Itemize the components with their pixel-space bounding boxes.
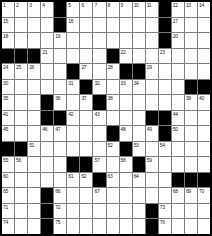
crossword-cell[interactable]: 8 [107, 2, 119, 17]
crossword-cell[interactable]: 58 [120, 157, 132, 172]
crossword-cell[interactable]: 47 [54, 126, 66, 141]
crossword-cell[interactable] [80, 204, 92, 219]
crossword-cell[interactable] [15, 204, 27, 219]
black-cell [133, 157, 145, 172]
black-cell [54, 111, 66, 126]
crossword-cell[interactable] [133, 111, 145, 126]
clue-number: 48 [121, 126, 126, 132]
crossword-cell[interactable]: 30 [2, 80, 14, 95]
crossword-cell[interactable] [41, 173, 53, 188]
crossword-cell[interactable]: 11 [146, 2, 158, 17]
crossword-cell[interactable] [185, 64, 197, 79]
crossword-cell[interactable]: 63 [107, 173, 119, 188]
crossword-cell[interactable] [133, 18, 145, 33]
crossword-cell[interactable]: 49 [146, 126, 158, 141]
clue-number: 38 [108, 95, 113, 101]
clue-number: 70 [199, 188, 204, 194]
crossword-cell[interactable] [120, 18, 132, 33]
crossword-cell[interactable] [67, 188, 79, 203]
crossword-cell[interactable]: 59 [146, 157, 158, 172]
crossword-cell[interactable] [107, 111, 119, 126]
crossword-cell[interactable] [120, 219, 132, 234]
clue-number: 73 [160, 204, 165, 210]
crossword-cell[interactable] [28, 33, 40, 48]
crossword-cell[interactable]: 57 [93, 157, 105, 172]
clue-number: 45 [3, 126, 8, 132]
crossword-cell[interactable]: 75 [54, 219, 66, 234]
crossword-cell[interactable] [185, 111, 197, 126]
crossword-cell[interactable] [172, 49, 184, 64]
crossword-cell[interactable] [198, 204, 210, 219]
crossword-cell[interactable] [67, 33, 79, 48]
crossword-cell[interactable]: 14 [198, 2, 210, 17]
crossword-cell[interactable] [28, 95, 40, 110]
black-cell [54, 18, 66, 33]
clue-number: 55 [3, 157, 8, 163]
clue-number: 62 [81, 173, 86, 179]
crossword-cell[interactable] [93, 219, 105, 234]
crossword-cell[interactable]: 51 [28, 142, 40, 157]
crossword-cell[interactable]: 12 [172, 2, 184, 17]
crossword-cell[interactable] [107, 188, 119, 203]
crossword-cell[interactable]: 56 [15, 157, 27, 172]
crossword-cell[interactable]: 68 [172, 188, 184, 203]
crossword-cell[interactable] [107, 219, 119, 234]
crossword-cell[interactable] [41, 64, 53, 79]
clue-number: 40 [199, 95, 204, 101]
crossword-cell[interactable]: 6 [80, 2, 92, 17]
crossword-cell[interactable]: 67 [93, 188, 105, 203]
crossword-cell[interactable]: 21 [41, 49, 53, 64]
clue-number: 47 [55, 126, 60, 132]
crossword-cell[interactable] [54, 173, 66, 188]
crossword-cell[interactable] [198, 18, 210, 33]
crossword-cell[interactable]: 32 [93, 80, 105, 95]
crossword-cell[interactable]: 18 [2, 33, 14, 48]
black-cell [54, 2, 66, 17]
clue-number: 18 [3, 33, 8, 39]
crossword-cell[interactable] [198, 33, 210, 48]
black-cell [159, 2, 171, 17]
clue-number: 43 [94, 111, 99, 117]
crossword-cell[interactable] [67, 95, 79, 110]
crossword-cell[interactable]: 66 [54, 188, 66, 203]
crossword-cell[interactable] [107, 18, 119, 33]
crossword-cell[interactable]: 43 [93, 111, 105, 126]
crossword-cell[interactable]: 39 [185, 95, 197, 110]
crossword-cell[interactable] [67, 204, 79, 219]
black-cell [80, 157, 92, 172]
black-cell [146, 219, 158, 234]
crossword-cell[interactable] [159, 157, 171, 172]
crossword-cell[interactable] [133, 95, 145, 110]
black-cell [159, 33, 171, 48]
crossword-cell[interactable] [107, 80, 119, 95]
black-cell [15, 142, 27, 157]
crossword-cell[interactable] [133, 126, 145, 141]
crossword-cell[interactable]: 25 [15, 64, 27, 79]
clue-number: 53 [134, 142, 139, 148]
crossword-cell[interactable] [172, 95, 184, 110]
clue-number: 31 [68, 80, 73, 86]
clue-number: 25 [16, 64, 21, 70]
crossword-cell[interactable] [80, 49, 92, 64]
black-cell [146, 204, 158, 219]
crossword-cell[interactable] [133, 188, 145, 203]
crossword-cell[interactable] [28, 111, 40, 126]
crossword-cell[interactable] [120, 95, 132, 110]
crossword-cell[interactable] [120, 173, 132, 188]
crossword-cell[interactable]: 27 [80, 64, 92, 79]
clue-number: 56 [16, 157, 21, 163]
crossword-cell[interactable] [54, 49, 66, 64]
crossword-cell[interactable]: 33 [120, 80, 132, 95]
crossword-cell[interactable] [107, 204, 119, 219]
crossword-cell[interactable]: 13 [185, 2, 197, 17]
crossword-cell[interactable] [120, 204, 132, 219]
clue-number: 58 [121, 157, 126, 163]
clue-number: 39 [186, 95, 191, 101]
crossword-cell[interactable]: 69 [185, 188, 197, 203]
crossword-cell[interactable] [15, 219, 27, 234]
clue-number: 22 [121, 49, 126, 55]
clue-number: 64 [134, 173, 139, 179]
crossword-cell[interactable] [93, 18, 105, 33]
clue-number: 76 [160, 219, 165, 225]
crossword-cell[interactable] [28, 80, 40, 95]
black-cell [41, 111, 53, 126]
clue-number: 50 [173, 126, 178, 132]
crossword-cell[interactable] [120, 111, 132, 126]
crossword-cell[interactable]: 35 [2, 95, 14, 110]
clue-number: 30 [3, 80, 8, 86]
crossword-cell[interactable] [172, 64, 184, 79]
clue-number: 14 [199, 2, 204, 8]
crossword-cell[interactable] [185, 126, 197, 141]
crossword-cell[interactable] [146, 188, 158, 203]
crossword-cell[interactable] [15, 188, 27, 203]
crossword-cell[interactable] [15, 111, 27, 126]
crossword-cell[interactable]: 74 [2, 219, 14, 234]
crossword-cell[interactable]: 64 [133, 173, 145, 188]
clue-number: 69 [186, 188, 191, 194]
crossword-cell[interactable]: 10 [133, 2, 145, 17]
crossword-cell[interactable] [28, 126, 40, 141]
crossword-cell[interactable] [15, 126, 27, 141]
crossword-cell[interactable] [28, 18, 40, 33]
crossword-cell[interactable] [133, 219, 145, 234]
black-cell [107, 126, 119, 141]
crossword-cell[interactable] [185, 49, 197, 64]
crossword-cell[interactable] [185, 142, 197, 157]
crossword-cell[interactable]: 28 [107, 64, 119, 79]
black-cell [41, 188, 53, 203]
crossword-cell[interactable]: 19 [54, 33, 66, 48]
crossword-cell[interactable]: 42 [67, 111, 79, 126]
crossword-cell[interactable] [159, 188, 171, 203]
crossword-cell[interactable] [172, 204, 184, 219]
crossword-cell[interactable]: 20 [172, 33, 184, 48]
crossword-cell[interactable]: 3 [28, 2, 40, 17]
crossword-cell[interactable]: 48 [120, 126, 132, 141]
crossword-cell[interactable] [146, 33, 158, 48]
black-cell [93, 173, 105, 188]
clue-number: 29 [147, 64, 152, 70]
crossword-cell[interactable] [133, 49, 145, 64]
crossword-cell[interactable] [146, 142, 158, 157]
crossword-cell[interactable] [120, 33, 132, 48]
clue-number: 57 [94, 157, 99, 163]
clue-number: 15 [3, 18, 8, 24]
crossword-cell[interactable]: 45 [2, 126, 14, 141]
crossword-cell[interactable]: 15 [2, 18, 14, 33]
crossword-cell[interactable]: 17 [172, 18, 184, 33]
clue-number: 3 [29, 2, 31, 8]
clue-number: 6 [81, 2, 83, 8]
clue-number: 41 [3, 111, 8, 117]
crossword-cell[interactable] [67, 126, 79, 141]
crossword-cell[interactable] [54, 80, 66, 95]
clue-number: 60 [3, 173, 8, 179]
crossword-cell[interactable] [15, 33, 27, 48]
crossword-cell[interactable] [172, 157, 184, 172]
crossword-cell[interactable] [93, 49, 105, 64]
crossword-cell[interactable]: 31 [67, 80, 79, 95]
clue-number: 16 [68, 18, 73, 24]
black-cell [159, 111, 171, 126]
clue-number: 52 [108, 142, 113, 148]
crossword-cell[interactable] [198, 142, 210, 157]
crossword-cell[interactable] [80, 18, 92, 33]
crossword-cell[interactable] [198, 157, 210, 172]
clue-number: 19 [55, 33, 60, 39]
black-cell [198, 80, 210, 95]
crossword-cell[interactable]: 2 [15, 2, 27, 17]
crossword-cell[interactable]: 34 [133, 80, 145, 95]
crossword-cell[interactable] [146, 80, 158, 95]
black-cell [120, 142, 132, 157]
crossword-cell[interactable] [15, 80, 27, 95]
clue-number: 27 [81, 64, 86, 70]
crossword-cell[interactable] [159, 64, 171, 79]
clue-number: 17 [173, 18, 178, 24]
crossword-cell[interactable] [28, 219, 40, 234]
crossword-cell[interactable] [172, 142, 184, 157]
crossword-cell[interactable] [41, 80, 53, 95]
black-cell [41, 219, 53, 234]
crossword-cell[interactable] [198, 126, 210, 141]
clue-number: 11 [147, 2, 152, 8]
crossword-cell[interactable] [67, 219, 79, 234]
crossword-cell[interactable]: 72 [54, 204, 66, 219]
clue-number: 35 [3, 95, 8, 101]
clue-number: 2 [16, 2, 18, 8]
crossword-cell[interactable] [28, 204, 40, 219]
crossword-cell[interactable] [41, 33, 53, 48]
crossword-cell[interactable] [54, 157, 66, 172]
clue-number: 12 [173, 2, 178, 8]
black-cell [93, 95, 105, 110]
crossword-cell[interactable] [80, 126, 92, 141]
crossword-cell[interactable] [133, 33, 145, 48]
crossword-cell[interactable]: 65 [2, 188, 14, 203]
crossword-cell[interactable] [172, 219, 184, 234]
crossword-cell[interactable]: 29 [146, 64, 158, 79]
crossword-cell[interactable] [146, 95, 158, 110]
crossword-cell[interactable]: 61 [67, 173, 79, 188]
black-cell [159, 18, 171, 33]
crossword-cell[interactable] [120, 188, 132, 203]
black-cell [41, 204, 53, 219]
crossword-board: 1234567891011121314151617181920212223242… [0, 0, 212, 236]
crossword-cell[interactable] [107, 157, 119, 172]
clue-number: 67 [94, 188, 99, 194]
crossword-cell[interactable] [54, 64, 66, 79]
crossword-cell[interactable]: 1 [2, 2, 14, 17]
clue-number: 10 [134, 2, 139, 8]
clue-number: 26 [29, 64, 34, 70]
clue-number: 36 [55, 95, 60, 101]
crossword-cell[interactable] [93, 204, 105, 219]
black-cell [198, 173, 210, 188]
crossword-cell[interactable] [28, 157, 40, 172]
crossword-cell[interactable] [15, 173, 27, 188]
crossword-cell[interactable] [67, 49, 79, 64]
crossword-cell[interactable] [146, 173, 158, 188]
crossword-cell[interactable]: 62 [80, 173, 92, 188]
crossword-cell[interactable] [133, 204, 145, 219]
crossword-cell[interactable] [80, 142, 92, 157]
crossword-cell[interactable] [185, 219, 197, 234]
crossword-cell[interactable] [41, 157, 53, 172]
black-cell [2, 142, 14, 157]
clue-number: 63 [108, 173, 113, 179]
crossword-cell[interactable]: 54 [159, 142, 171, 157]
crossword-cell[interactable] [146, 49, 158, 64]
crossword-cell[interactable]: 60 [2, 173, 14, 188]
crossword-cell[interactable] [93, 64, 105, 79]
crossword-cell[interactable] [15, 95, 27, 110]
crossword-cell[interactable] [107, 33, 119, 48]
crossword-cell[interactable] [28, 173, 40, 188]
crossword-cell[interactable] [198, 111, 210, 126]
black-cell [107, 49, 119, 64]
crossword-cell[interactable] [146, 18, 158, 33]
crossword-cell[interactable] [41, 18, 53, 33]
crossword-cell[interactable] [198, 219, 210, 234]
crossword-cell[interactable] [67, 142, 79, 157]
black-cell [80, 80, 92, 95]
clue-number: 66 [55, 188, 60, 194]
crossword-cell[interactable] [159, 95, 171, 110]
crossword-cell[interactable]: 24 [2, 64, 14, 79]
clue-number: 71 [3, 204, 8, 210]
crossword-grid: 1234567891011121314151617181920212223242… [0, 0, 212, 236]
clue-number: 9 [121, 2, 123, 8]
crossword-cell[interactable] [159, 80, 171, 95]
black-cell [185, 80, 197, 95]
crossword-cell[interactable]: 46 [41, 126, 53, 141]
clue-number: 65 [3, 188, 8, 194]
crossword-cell[interactable]: 52 [107, 142, 119, 157]
crossword-cell[interactable]: 36 [54, 95, 66, 110]
crossword-cell[interactable]: 71 [2, 204, 14, 219]
crossword-cell[interactable] [172, 80, 184, 95]
crossword-cell[interactable]: 50 [172, 126, 184, 141]
crossword-cell[interactable] [80, 219, 92, 234]
clue-number: 54 [160, 142, 165, 148]
crossword-cell[interactable]: 5 [67, 2, 79, 17]
crossword-cell[interactable] [185, 204, 197, 219]
crossword-cell[interactable]: 26 [28, 64, 40, 79]
crossword-cell[interactable]: 9 [120, 2, 132, 17]
crossword-cell[interactable]: 40 [198, 95, 210, 110]
clue-number: 42 [68, 111, 73, 117]
crossword-cell[interactable]: 41 [2, 111, 14, 126]
crossword-cell[interactable] [185, 157, 197, 172]
crossword-cell[interactable] [80, 111, 92, 126]
crossword-cell[interactable] [15, 18, 27, 33]
black-cell [67, 64, 79, 79]
crossword-cell[interactable] [185, 33, 197, 48]
crossword-cell[interactable] [159, 173, 171, 188]
crossword-cell[interactable]: 76 [159, 219, 171, 234]
crossword-cell[interactable] [93, 142, 105, 157]
black-cell [15, 49, 27, 64]
clue-number: 4 [42, 2, 44, 8]
crossword-cell[interactable]: 7 [93, 2, 105, 17]
crossword-cell[interactable] [41, 142, 53, 157]
clue-number: 75 [55, 219, 60, 225]
crossword-cell[interactable] [28, 188, 40, 203]
clue-number: 1 [3, 2, 5, 8]
crossword-cell[interactable]: 73 [159, 204, 171, 219]
clue-number: 37 [81, 95, 86, 101]
clue-number: 23 [160, 49, 165, 55]
crossword-cell[interactable]: 55 [2, 157, 14, 172]
crossword-cell[interactable]: 70 [198, 188, 210, 203]
crossword-cell[interactable]: 44 [172, 111, 184, 126]
crossword-cell[interactable] [80, 188, 92, 203]
black-cell [41, 95, 53, 110]
crossword-cell[interactable]: 22 [120, 49, 132, 64]
crossword-cell[interactable] [198, 64, 210, 79]
crossword-cell[interactable]: 37 [80, 95, 92, 110]
crossword-cell[interactable] [185, 18, 197, 33]
crossword-cell[interactable]: 16 [67, 18, 79, 33]
black-cell [146, 111, 158, 126]
crossword-cell[interactable] [93, 33, 105, 48]
clue-number: 7 [94, 2, 96, 8]
black-cell [120, 64, 132, 79]
crossword-cell[interactable]: 23 [159, 49, 171, 64]
black-cell [172, 173, 184, 188]
clue-number: 61 [68, 173, 73, 179]
crossword-cell[interactable]: 38 [107, 95, 119, 110]
crossword-cell[interactable] [54, 142, 66, 157]
crossword-cell[interactable] [93, 126, 105, 141]
black-cell [133, 64, 145, 79]
crossword-cell[interactable] [198, 49, 210, 64]
crossword-cell[interactable]: 53 [133, 142, 145, 157]
clue-number: 28 [108, 64, 113, 70]
clue-number: 21 [42, 49, 47, 55]
black-cell [67, 157, 79, 172]
crossword-cell[interactable]: 4 [41, 2, 53, 17]
crossword-cell[interactable] [80, 33, 92, 48]
clue-number: 8 [108, 2, 110, 8]
black-cell [159, 126, 171, 141]
